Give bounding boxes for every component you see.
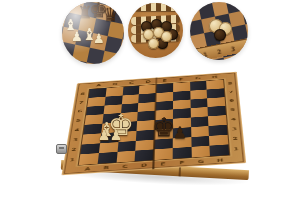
coord-label: G — [190, 75, 207, 82]
square — [97, 152, 117, 164]
square — [135, 150, 154, 162]
coord-label: E — [156, 77, 173, 84]
coord-label: E — [153, 160, 172, 169]
coord-label: H — [210, 156, 230, 165]
square — [172, 147, 191, 159]
coord-label: 1 — [65, 155, 79, 166]
inset-checkers-closeup: 123 — [190, 2, 248, 60]
coord-label: A — [78, 165, 98, 174]
coord-label: 1 — [229, 144, 243, 155]
black-pawn: ♟ — [173, 125, 187, 141]
coord-label: C — [115, 162, 134, 171]
coord-label: B — [96, 164, 116, 173]
square — [79, 153, 99, 165]
product-photo: ♜♚♛♝♟♝♟ 123 ABCDEFGH ABCDEFGH 87654321 8… — [0, 0, 300, 200]
border-number: 2 — [216, 47, 221, 55]
coord-label: D — [134, 161, 153, 170]
dark-checker — [214, 29, 226, 41]
coord-label: F — [173, 76, 190, 83]
coord-label: G — [191, 157, 210, 166]
square — [191, 146, 210, 158]
light-checker — [148, 38, 159, 49]
coord-label: D — [140, 78, 157, 85]
metal-clasp — [56, 144, 67, 154]
coord-label: H — [206, 74, 223, 81]
coord-label: F — [172, 159, 191, 168]
inset-backgammon-storage — [128, 3, 183, 58]
light-checker — [161, 31, 172, 42]
border-number: 1 — [202, 50, 207, 58]
checker-stack-row — [131, 3, 180, 11]
glare-highlight — [62, 2, 124, 64]
square — [116, 151, 135, 163]
border-number: 3 — [230, 44, 235, 52]
square — [154, 148, 173, 160]
white-pawn: ♟ — [110, 128, 123, 142]
square — [210, 145, 229, 157]
inset-chess-closeup: ♜♚♛♝♟♝♟ — [62, 2, 124, 64]
white-pawn: ♟ — [98, 128, 111, 142]
